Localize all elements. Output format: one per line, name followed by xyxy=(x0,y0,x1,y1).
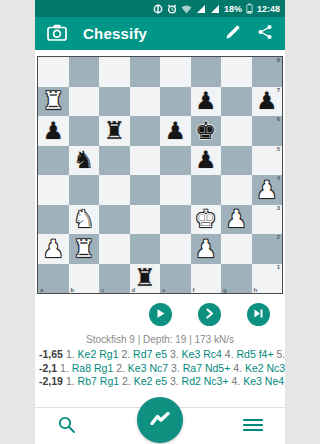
square-d1[interactable]: d♜ xyxy=(130,264,161,294)
app-bar: Chessify xyxy=(35,17,285,50)
square-b4[interactable] xyxy=(69,175,100,205)
skip-to-end-button[interactable] xyxy=(247,303,270,326)
alarm-icon xyxy=(167,4,177,14)
square-c5[interactable] xyxy=(99,146,130,176)
engine-status: Stockfish 9 | Depth: 19 | 173 kN/s xyxy=(35,334,285,345)
square-h6[interactable]: 6 xyxy=(252,116,283,146)
battery-icon xyxy=(246,3,253,14)
square-f4[interactable] xyxy=(191,175,222,205)
camera-icon xyxy=(47,24,67,44)
file-label: a xyxy=(40,287,43,293)
square-a1[interactable]: a xyxy=(38,264,69,294)
battery-percent: 18% xyxy=(224,4,242,14)
skip-end-icon xyxy=(253,307,264,322)
black-pawn: ♟ xyxy=(195,89,217,113)
square-e4[interactable] xyxy=(160,175,191,205)
share-button[interactable] xyxy=(257,24,273,43)
edit-button[interactable] xyxy=(225,24,241,43)
white-pawn: ♟ xyxy=(256,178,278,202)
square-b6[interactable] xyxy=(69,116,100,146)
square-a5[interactable] xyxy=(38,146,69,176)
data-saver-icon xyxy=(153,4,163,14)
white-rook: ♜ xyxy=(42,89,64,113)
square-h5[interactable]: 5 xyxy=(252,146,283,176)
square-c4[interactable] xyxy=(99,175,130,205)
engine-line[interactable]: -2,11. Ra8 Rg1 2. Ke3 Nc7 3. Ra7 Nd5+ 4.… xyxy=(39,362,285,376)
square-g5[interactable] xyxy=(221,146,252,176)
signal-icon xyxy=(196,4,206,14)
black-pawn: ♟ xyxy=(42,119,64,143)
square-h8[interactable]: 8 xyxy=(252,57,283,87)
playback-controls xyxy=(35,303,270,326)
square-c7[interactable] xyxy=(99,87,130,117)
principal-variation: 1. Rb7 Rg1 2. Ke2 e5 3. Rd2 Nc3+ 4. Ke3 … xyxy=(66,375,285,387)
square-h2[interactable]: 2 xyxy=(252,234,283,264)
eval-score: -1,65 xyxy=(39,348,63,360)
square-b7[interactable] xyxy=(69,87,100,117)
rank-label: 5 xyxy=(277,146,280,152)
clock-time: 12:48 xyxy=(257,4,280,14)
play-button[interactable] xyxy=(149,303,172,326)
square-c2[interactable] xyxy=(99,234,130,264)
board-area: 8♜♟7♟♟♜♟♚6♞♟54♟♞♚♟3♟♜♟2abcd♜efg1h xyxy=(35,50,285,294)
black-pawn: ♟ xyxy=(195,148,217,172)
square-a3[interactable] xyxy=(38,205,69,235)
square-a6[interactable]: ♟ xyxy=(38,116,69,146)
square-c1[interactable]: c xyxy=(99,264,130,294)
square-a7[interactable]: ♜ xyxy=(38,87,69,117)
camera-button[interactable] xyxy=(47,24,67,44)
square-b5[interactable]: ♞ xyxy=(69,146,100,176)
eval-score: -2,1 xyxy=(39,362,57,374)
black-knight: ♞ xyxy=(73,148,95,172)
square-b8[interactable] xyxy=(69,57,100,87)
file-label: h xyxy=(254,287,258,293)
file-label: b xyxy=(71,287,75,293)
black-pawn: ♟ xyxy=(256,89,278,113)
square-e8[interactable] xyxy=(160,57,191,87)
square-d8[interactable] xyxy=(130,57,161,87)
black-king: ♚ xyxy=(195,119,217,143)
square-f3[interactable]: ♚ xyxy=(191,205,222,235)
white-rook: ♜ xyxy=(73,237,95,261)
rank-label: 3 xyxy=(277,205,280,211)
white-pawn: ♟ xyxy=(195,237,217,261)
square-f6[interactable]: ♚ xyxy=(191,116,222,146)
rank-label: 6 xyxy=(277,116,280,122)
square-h7[interactable]: 7♟ xyxy=(252,87,283,117)
square-a2[interactable]: ♟ xyxy=(38,234,69,264)
file-label: e xyxy=(162,287,165,293)
status-bar: 18% 12:48 xyxy=(35,0,285,17)
square-h1[interactable]: 1h xyxy=(252,264,283,294)
square-h4[interactable]: 4♟ xyxy=(252,175,283,205)
white-king: ♚ xyxy=(195,207,217,231)
eval-score: -2,19 xyxy=(39,375,63,387)
square-e1[interactable]: e xyxy=(160,264,191,294)
chessify-app: 18% 12:48 Chessify 8♜♟7♟♟♜♟♚6♞♟54♟♞♚♟3♟♜… xyxy=(35,0,285,444)
principal-variation: 1. Ke2 Rg1 2. Rd7 e5 3. Ke3 Rc4 4. Rd5 f… xyxy=(66,348,285,360)
square-d2[interactable] xyxy=(130,234,161,264)
file-label: g xyxy=(223,287,227,293)
square-f7[interactable]: ♟ xyxy=(191,87,222,117)
wifi-icon xyxy=(181,4,192,14)
engine-line[interactable]: -1,651. Ke2 Rg1 2. Rd7 e5 3. Ke3 Rc4 4. … xyxy=(39,348,285,362)
square-d6[interactable] xyxy=(130,116,161,146)
square-e5[interactable] xyxy=(160,146,191,176)
black-rook: ♜ xyxy=(103,119,125,143)
square-e6[interactable]: ♟ xyxy=(160,116,191,146)
menu-button[interactable] xyxy=(243,418,263,435)
engine-lines: -1,651. Ke2 Rg1 2. Rd7 e5 3. Ke3 Rc4 4. … xyxy=(35,348,285,389)
square-e2[interactable] xyxy=(160,234,191,264)
white-pawn: ♟ xyxy=(225,207,247,231)
square-c6[interactable]: ♜ xyxy=(99,116,130,146)
black-pawn: ♟ xyxy=(164,119,186,143)
chevron-right-icon xyxy=(204,307,215,322)
square-g2[interactable] xyxy=(221,234,252,264)
square-g7[interactable] xyxy=(221,87,252,117)
hamburger-menu-icon xyxy=(243,418,263,435)
square-f8[interactable] xyxy=(191,57,222,87)
square-g4[interactable] xyxy=(221,175,252,205)
file-label: c xyxy=(101,287,104,293)
white-pawn: ♟ xyxy=(42,237,64,261)
square-e3[interactable] xyxy=(160,205,191,235)
white-knight: ♞ xyxy=(73,207,95,231)
square-b3[interactable]: ♞ xyxy=(69,205,100,235)
square-b1[interactable]: b xyxy=(69,264,100,294)
square-f1[interactable]: f xyxy=(191,264,222,294)
square-c8[interactable] xyxy=(99,57,130,87)
square-g1[interactable]: g xyxy=(221,264,252,294)
file-label: d xyxy=(132,287,136,293)
rank-label: 2 xyxy=(277,234,280,240)
trending-line-icon xyxy=(148,409,172,432)
square-f2[interactable]: ♟ xyxy=(191,234,222,264)
principal-variation: 1. Ra8 Rg1 2. Ke3 Nc7 3. Ra7 Nd5+ 4. Ke2… xyxy=(60,362,285,374)
square-g8[interactable] xyxy=(221,57,252,87)
square-g3[interactable]: ♟ xyxy=(221,205,252,235)
square-d5[interactable] xyxy=(130,146,161,176)
rank-label: 4 xyxy=(277,175,280,181)
square-d3[interactable] xyxy=(130,205,161,235)
engine-line[interactable]: -2,191. Rb7 Rg1 2. Ke2 e5 3. Rd2 Nc3+ 4.… xyxy=(39,375,285,389)
black-rook: ♜ xyxy=(134,266,156,290)
file-label: f xyxy=(193,287,195,293)
edit-pencil-icon xyxy=(225,24,241,43)
square-h3[interactable]: 3 xyxy=(252,205,283,235)
share-icon xyxy=(257,24,273,43)
square-c3[interactable] xyxy=(99,205,130,235)
page-title: Chessify xyxy=(83,25,209,42)
square-d4[interactable] xyxy=(130,175,161,205)
square-e7[interactable] xyxy=(160,87,191,117)
signal-icon xyxy=(210,4,220,14)
play-icon xyxy=(155,307,166,322)
square-f5[interactable]: ♟ xyxy=(191,146,222,176)
chess-board[interactable]: 8♜♟7♟♟♜♟♚6♞♟54♟♞♚♟3♟♜♟2abcd♜efg1h xyxy=(37,56,283,294)
square-g6[interactable] xyxy=(221,116,252,146)
square-d7[interactable] xyxy=(130,87,161,117)
square-a8[interactable] xyxy=(38,57,69,87)
next-move-button[interactable] xyxy=(198,303,221,326)
square-a4[interactable] xyxy=(38,175,69,205)
square-b2[interactable]: ♜ xyxy=(69,234,100,264)
rank-label: 1 xyxy=(277,264,280,270)
search-icon xyxy=(57,415,76,437)
analysis-fab[interactable] xyxy=(137,397,183,443)
rank-label: 8 xyxy=(277,57,280,63)
search-button[interactable] xyxy=(57,415,76,437)
rank-label: 7 xyxy=(277,87,280,93)
